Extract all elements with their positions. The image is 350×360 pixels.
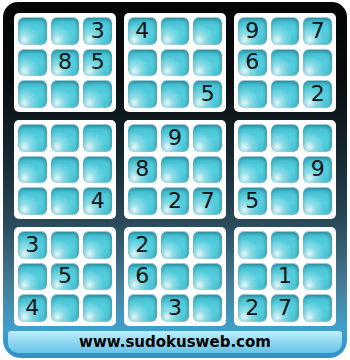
cell-r9c4[interactable] [128, 294, 157, 322]
box-2-2: 9827 [124, 120, 226, 219]
cell-r6c6[interactable]: 7 [193, 187, 222, 215]
cell-r7c8[interactable] [271, 231, 300, 259]
cell-r2c4[interactable] [128, 49, 157, 77]
cell-r5c7[interactable] [238, 156, 267, 184]
cell-r2c6[interactable] [193, 49, 222, 77]
cell-r7c3[interactable] [83, 231, 112, 259]
cell-r7c9[interactable] [303, 231, 332, 259]
cell-r7c5[interactable] [161, 231, 190, 259]
cell-r5c5[interactable] [161, 156, 190, 184]
cell-r2c9[interactable] [303, 49, 332, 77]
cell-r6c1[interactable] [18, 187, 47, 215]
cell-r1c6[interactable] [193, 17, 222, 45]
cell-r9c3[interactable] [83, 294, 112, 322]
cell-r4c5[interactable]: 9 [161, 124, 190, 152]
box-1-1: 385 [14, 13, 116, 112]
cell-r2c3[interactable]: 5 [83, 49, 112, 77]
cell-r6c5[interactable]: 2 [161, 187, 190, 215]
cell-r5c8[interactable] [271, 156, 300, 184]
cell-r5c3[interactable] [83, 156, 112, 184]
cell-r8c2[interactable]: 5 [51, 263, 80, 291]
cell-r4c1[interactable] [18, 124, 47, 152]
cell-r6c4[interactable] [128, 187, 157, 215]
cell-r1c8[interactable] [271, 17, 300, 45]
cell-r9c2[interactable] [51, 294, 80, 322]
cell-r8c4[interactable]: 6 [128, 263, 157, 291]
cell-r5c1[interactable] [18, 156, 47, 184]
cell-r6c9[interactable] [303, 187, 332, 215]
box-3-1: 354 [14, 227, 116, 326]
cell-r9c7[interactable]: 2 [238, 294, 267, 322]
sudoku-board: 3854597624982795354263127 [14, 13, 336, 326]
cell-r1c7[interactable]: 9 [238, 17, 267, 45]
cell-r1c3[interactable]: 3 [83, 17, 112, 45]
cell-r5c4[interactable]: 8 [128, 156, 157, 184]
cell-r7c7[interactable] [238, 231, 267, 259]
cell-r3c2[interactable] [51, 80, 80, 108]
cell-r3c7[interactable] [238, 80, 267, 108]
cell-r8c8[interactable]: 1 [271, 263, 300, 291]
cell-r7c4[interactable]: 2 [128, 231, 157, 259]
cell-r8c6[interactable] [193, 263, 222, 291]
cell-r9c9[interactable] [303, 294, 332, 322]
cell-r3c5[interactable] [161, 80, 190, 108]
cell-r6c3[interactable]: 4 [83, 187, 112, 215]
cell-r3c8[interactable] [271, 80, 300, 108]
cell-r8c1[interactable] [18, 263, 47, 291]
cell-r9c8[interactable]: 7 [271, 294, 300, 322]
cell-r7c2[interactable] [51, 231, 80, 259]
cell-r1c1[interactable] [18, 17, 47, 45]
cell-r2c8[interactable] [271, 49, 300, 77]
cell-r3c1[interactable] [18, 80, 47, 108]
cell-r5c9[interactable]: 9 [303, 156, 332, 184]
cell-r2c5[interactable] [161, 49, 190, 77]
cell-r8c3[interactable] [83, 263, 112, 291]
box-2-1: 4 [14, 120, 116, 219]
box-1-3: 9762 [234, 13, 336, 112]
cell-r4c4[interactable] [128, 124, 157, 152]
footer-url: www.sudokusweb.com [8, 331, 342, 353]
cell-r6c8[interactable] [271, 187, 300, 215]
cell-r4c3[interactable] [83, 124, 112, 152]
cell-r1c9[interactable]: 7 [303, 17, 332, 45]
box-2-3: 95 [234, 120, 336, 219]
cell-r4c7[interactable] [238, 124, 267, 152]
box-3-2: 263 [124, 227, 226, 326]
cell-r8c7[interactable] [238, 263, 267, 291]
cell-r3c6[interactable]: 5 [193, 80, 222, 108]
sudoku-frame: 3854597624982795354263127 www.sudokusweb… [3, 2, 347, 358]
cell-r7c6[interactable] [193, 231, 222, 259]
cell-r4c6[interactable] [193, 124, 222, 152]
cell-r5c6[interactable] [193, 156, 222, 184]
cell-r4c8[interactable] [271, 124, 300, 152]
cell-r8c9[interactable] [303, 263, 332, 291]
cell-r7c1[interactable]: 3 [18, 231, 47, 259]
box-1-2: 45 [124, 13, 226, 112]
cell-r6c7[interactable]: 5 [238, 187, 267, 215]
cell-r8c5[interactable] [161, 263, 190, 291]
cell-r3c9[interactable]: 2 [303, 80, 332, 108]
cell-r9c1[interactable]: 4 [18, 294, 47, 322]
cell-r6c2[interactable] [51, 187, 80, 215]
cell-r3c3[interactable] [83, 80, 112, 108]
cell-r1c4[interactable]: 4 [128, 17, 157, 45]
cell-r5c2[interactable] [51, 156, 80, 184]
cell-r2c2[interactable]: 8 [51, 49, 80, 77]
cell-r4c2[interactable] [51, 124, 80, 152]
cell-r9c5[interactable]: 3 [161, 294, 190, 322]
cell-r2c1[interactable] [18, 49, 47, 77]
cell-r4c9[interactable] [303, 124, 332, 152]
box-3-3: 127 [234, 227, 336, 326]
cell-r2c7[interactable]: 6 [238, 49, 267, 77]
cell-r1c2[interactable] [51, 17, 80, 45]
cell-r1c5[interactable] [161, 17, 190, 45]
cell-r3c4[interactable] [128, 80, 157, 108]
cell-r9c6[interactable] [193, 294, 222, 322]
